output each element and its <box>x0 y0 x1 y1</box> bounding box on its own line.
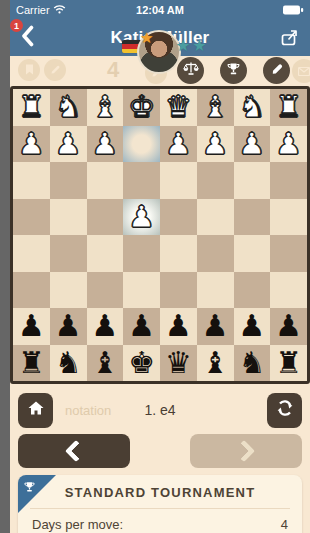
square-a6[interactable] <box>270 272 307 309</box>
black-pawn: ♟ <box>128 311 155 341</box>
square-d7[interactable]: ♟ <box>160 308 197 345</box>
square-e3[interactable] <box>123 162 160 199</box>
square-g1[interactable]: ♞ <box>50 89 87 126</box>
white-knight: ♞ <box>238 92 265 122</box>
square-a3[interactable] <box>270 162 307 199</box>
square-d1[interactable]: ♛ <box>160 89 197 126</box>
square-a4[interactable] <box>270 199 307 236</box>
white-rook: ♜ <box>275 92 302 122</box>
square-h3[interactable] <box>13 162 50 199</box>
bookmark-icon <box>25 61 34 79</box>
black-pawn: ♟ <box>91 311 118 341</box>
square-c4[interactable] <box>197 199 234 236</box>
marker-icon <box>270 62 284 80</box>
square-a1[interactable]: ♜ <box>270 89 307 126</box>
square-c5[interactable] <box>197 235 234 272</box>
tournament-card[interactable]: STANDARD TOURNAMENT Days per move: 4 Rat… <box>18 475 302 533</box>
black-pawn: ♟ <box>55 311 82 341</box>
status-bar: Carrier 12:04 AM <box>10 0 310 20</box>
square-h4[interactable] <box>13 199 50 236</box>
square-c6[interactable] <box>197 272 234 309</box>
square-h2[interactable]: ♟ <box>13 126 50 163</box>
trophy-icon <box>23 479 36 497</box>
square-d3[interactable] <box>160 162 197 199</box>
white-rook: ♜ <box>18 92 45 122</box>
next-move-button[interactable] <box>190 434 302 468</box>
next-icon <box>233 440 256 463</box>
white-pawn: ♟ <box>165 129 192 159</box>
square-e7[interactable]: ♟ <box>123 308 160 345</box>
share-icon <box>280 28 299 51</box>
square-g4[interactable] <box>50 199 87 236</box>
card-divider <box>30 508 290 509</box>
white-pawn: ♟ <box>55 129 82 159</box>
trophy-icon <box>226 62 241 80</box>
compare-button[interactable] <box>177 57 204 84</box>
share-button[interactable] <box>274 24 304 54</box>
white-pawn: ♟ <box>91 129 118 159</box>
square-e5[interactable] <box>123 235 160 272</box>
square-b2[interactable]: ♟ <box>234 126 271 163</box>
square-d2[interactable]: ♟ <box>160 126 197 163</box>
app-window: Carrier 12:04 AM 1 Katja Müller <box>10 0 310 533</box>
square-d5[interactable] <box>160 235 197 272</box>
black-pawn: ♟ <box>275 311 302 341</box>
square-f6[interactable] <box>87 272 124 309</box>
black-pawn: ♟ <box>18 311 45 341</box>
square-c1[interactable]: ♝ <box>197 89 234 126</box>
square-f8[interactable]: ♝ <box>87 345 124 382</box>
square-e8[interactable]: ♚ <box>123 345 160 382</box>
white-pawn: ♟ <box>275 129 302 159</box>
black-pawn: ♟ <box>238 311 265 341</box>
square-a5[interactable] <box>270 235 307 272</box>
square-h8[interactable]: ♜ <box>13 345 50 382</box>
square-h6[interactable] <box>13 272 50 309</box>
white-knight: ♞ <box>55 92 82 122</box>
black-bishop: ♝ <box>202 348 229 378</box>
scales-icon <box>183 61 199 80</box>
square-e1[interactable]: ♚ <box>123 89 160 126</box>
square-f3[interactable] <box>87 162 124 199</box>
square-f1[interactable]: ♝ <box>87 89 124 126</box>
square-c3[interactable] <box>197 162 234 199</box>
message-button[interactable] <box>292 59 310 83</box>
tournament-button[interactable] <box>220 57 247 84</box>
square-f7[interactable]: ♟ <box>87 308 124 345</box>
black-knight: ♞ <box>238 348 265 378</box>
white-bishop: ♝ <box>91 92 118 122</box>
white-pawn: ♟ <box>18 129 45 159</box>
white-queen: ♛ <box>165 92 192 122</box>
bookmark-button[interactable] <box>18 59 40 81</box>
square-g6[interactable] <box>50 272 87 309</box>
square-f2[interactable]: ♟ <box>87 126 124 163</box>
envelope-icon <box>298 62 310 80</box>
notation-bar: notation 1. e4 <box>10 392 310 428</box>
square-b1[interactable]: ♞ <box>234 89 271 126</box>
white-pawn: ♟ <box>202 129 229 159</box>
square-g7[interactable]: ♟ <box>50 308 87 345</box>
prev-icon <box>65 440 88 463</box>
tournament-title: STANDARD TOURNAMENT <box>18 475 302 508</box>
black-knight: ♞ <box>55 348 82 378</box>
pencil-icon <box>50 61 61 79</box>
square-b7[interactable]: ♟ <box>234 308 271 345</box>
square-c7[interactable]: ♟ <box>197 308 234 345</box>
square-b5[interactable] <box>234 235 271 272</box>
black-bishop: ♝ <box>91 348 118 378</box>
square-b3[interactable] <box>234 162 271 199</box>
square-b8[interactable]: ♞ <box>234 345 271 382</box>
move-count-label: 4 <box>107 57 119 83</box>
square-b6[interactable] <box>234 272 271 309</box>
square-d8[interactable]: ♛ <box>160 345 197 382</box>
square-c8[interactable]: ♝ <box>197 345 234 382</box>
avatar[interactable] <box>137 30 181 74</box>
square-a2[interactable]: ♟ <box>270 126 307 163</box>
square-c2[interactable]: ♟ <box>197 126 234 163</box>
move-navigation <box>10 434 310 468</box>
white-king: ♚ <box>128 92 155 122</box>
square-a7[interactable]: ♟ <box>270 308 307 345</box>
black-rook: ♜ <box>18 348 45 378</box>
black-pawn: ♟ <box>202 311 229 341</box>
square-g8[interactable]: ♞ <box>50 345 87 382</box>
row-value: 4 <box>281 517 288 532</box>
black-queen: ♛ <box>165 348 192 378</box>
square-e2[interactable] <box>123 126 160 163</box>
square-h7[interactable]: ♟ <box>13 308 50 345</box>
square-e4[interactable]: ♟ <box>123 199 160 236</box>
square-a8[interactable]: ♜ <box>270 345 307 382</box>
square-h5[interactable] <box>13 235 50 272</box>
square-g2[interactable]: ♟ <box>50 126 87 163</box>
square-g3[interactable] <box>50 162 87 199</box>
square-d6[interactable] <box>160 272 197 309</box>
move-list[interactable]: 1. e4 <box>10 402 310 418</box>
clock: 12:04 AM <box>10 4 310 16</box>
square-b4[interactable] <box>234 199 271 236</box>
white-bishop: ♝ <box>202 92 229 122</box>
tournament-row-days: Days per move: 4 <box>18 517 302 532</box>
square-e6[interactable] <box>123 272 160 309</box>
previous-move-button[interactable] <box>18 434 130 468</box>
white-pawn: ♟ <box>238 129 265 159</box>
white-pawn: ♟ <box>128 202 155 232</box>
draw-button[interactable] <box>263 57 290 84</box>
square-f5[interactable] <box>87 235 124 272</box>
edit-button[interactable] <box>44 59 66 81</box>
black-king: ♚ <box>128 348 155 378</box>
square-g5[interactable] <box>50 235 87 272</box>
black-pawn: ♟ <box>165 311 192 341</box>
chess-board[interactable]: ♜♞♝♚♛♝♞♜♟♟♟♟♟♟♟♟♟♟♟♟♟♟♟♟♜♞♝♚♛♝♞♜ <box>10 86 310 384</box>
square-h1[interactable]: ♜ <box>13 89 50 126</box>
black-rook: ♜ <box>275 348 302 378</box>
square-d4[interactable] <box>160 199 197 236</box>
square-f4[interactable] <box>87 199 124 236</box>
row-label: Days per move: <box>32 517 123 532</box>
